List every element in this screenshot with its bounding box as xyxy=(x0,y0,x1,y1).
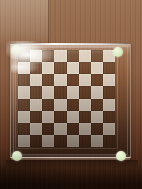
square-a7[interactable] xyxy=(18,62,30,74)
glass-board xyxy=(10,43,131,158)
square-c2[interactable] xyxy=(42,123,54,135)
square-b2[interactable] xyxy=(30,123,42,135)
square-d7[interactable] xyxy=(54,62,66,74)
square-e1[interactable] xyxy=(67,135,79,147)
square-c4[interactable] xyxy=(42,99,54,111)
board-cast-shadow xyxy=(6,160,138,169)
square-f1[interactable] xyxy=(79,135,91,147)
square-a4[interactable] xyxy=(18,99,30,111)
square-h1[interactable] xyxy=(103,135,115,147)
square-h5[interactable] xyxy=(103,86,115,98)
square-f6[interactable] xyxy=(79,74,91,86)
square-b7[interactable] xyxy=(30,62,42,74)
square-f7[interactable] xyxy=(79,62,91,74)
glass-bottom-edge xyxy=(11,157,130,160)
square-b3[interactable] xyxy=(30,111,42,123)
square-d2[interactable] xyxy=(54,123,66,135)
square-g6[interactable] xyxy=(91,74,103,86)
square-d1[interactable] xyxy=(54,135,66,147)
square-c7[interactable] xyxy=(42,62,54,74)
square-c5[interactable] xyxy=(42,86,54,98)
square-g5[interactable] xyxy=(91,86,103,98)
square-c3[interactable] xyxy=(42,111,54,123)
square-f8[interactable] xyxy=(79,50,91,62)
square-h6[interactable] xyxy=(103,74,115,86)
square-f2[interactable] xyxy=(79,123,91,135)
photo-of-glass-chessboard xyxy=(0,0,142,189)
square-a2[interactable] xyxy=(18,123,30,135)
square-h2[interactable] xyxy=(103,123,115,135)
square-f5[interactable] xyxy=(79,86,91,98)
square-b5[interactable] xyxy=(30,86,42,98)
wood-plank-seam xyxy=(48,0,49,46)
square-h7[interactable] xyxy=(103,62,115,74)
corner-foot-bottom-left xyxy=(12,151,22,161)
square-c8[interactable] xyxy=(42,50,54,62)
square-a5[interactable] xyxy=(18,86,30,98)
square-g3[interactable] xyxy=(91,111,103,123)
square-g7[interactable] xyxy=(91,62,103,74)
square-b4[interactable] xyxy=(30,99,42,111)
corner-foot-top-right xyxy=(113,47,123,57)
square-a6[interactable] xyxy=(18,74,30,86)
square-d5[interactable] xyxy=(54,86,66,98)
square-c1[interactable] xyxy=(42,135,54,147)
square-d3[interactable] xyxy=(54,111,66,123)
square-a1[interactable] xyxy=(18,135,30,147)
square-c6[interactable] xyxy=(42,74,54,86)
square-a3[interactable] xyxy=(18,111,30,123)
corner-foot-top-left xyxy=(11,45,21,55)
square-e2[interactable] xyxy=(67,123,79,135)
square-h3[interactable] xyxy=(103,111,115,123)
square-b8[interactable] xyxy=(30,50,42,62)
square-d4[interactable] xyxy=(54,99,66,111)
square-h4[interactable] xyxy=(103,99,115,111)
chess-board xyxy=(18,50,115,147)
glass-top-edge-highlight xyxy=(15,43,125,45)
corner-foot-bottom-right xyxy=(116,151,126,161)
square-e6[interactable] xyxy=(67,74,79,86)
square-g4[interactable] xyxy=(91,99,103,111)
square-f3[interactable] xyxy=(79,111,91,123)
square-g8[interactable] xyxy=(91,50,103,62)
square-e3[interactable] xyxy=(67,111,79,123)
square-e7[interactable] xyxy=(67,62,79,74)
square-e4[interactable] xyxy=(67,99,79,111)
square-e8[interactable] xyxy=(67,50,79,62)
square-f4[interactable] xyxy=(79,99,91,111)
square-g1[interactable] xyxy=(91,135,103,147)
square-d6[interactable] xyxy=(54,74,66,86)
square-e5[interactable] xyxy=(67,86,79,98)
square-g2[interactable] xyxy=(91,123,103,135)
square-b6[interactable] xyxy=(30,74,42,86)
wood-table-surface xyxy=(0,0,49,46)
square-d8[interactable] xyxy=(54,50,66,62)
square-b1[interactable] xyxy=(30,135,42,147)
